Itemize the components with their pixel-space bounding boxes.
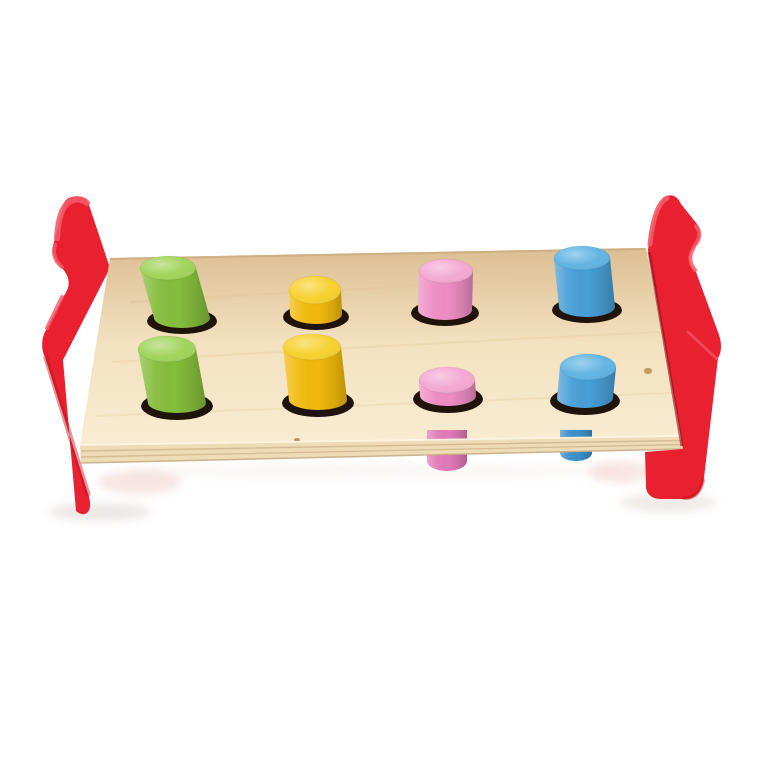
peg-cap-shading bbox=[560, 354, 616, 380]
peg-cap-shading bbox=[289, 276, 341, 304]
peg-cap-shading bbox=[138, 336, 196, 362]
peg-front-green bbox=[138, 336, 206, 413]
product-photo-pound-a-peg-bench[interactable] bbox=[0, 0, 767, 767]
peg-cap-shading bbox=[140, 256, 196, 280]
peg-front-pink bbox=[419, 367, 476, 406]
peg-front-blue bbox=[557, 354, 616, 408]
peg-cap-shading bbox=[283, 334, 341, 360]
toy-scene bbox=[0, 0, 767, 767]
peg-cap-shading bbox=[419, 259, 473, 283]
peg-front-yellow bbox=[283, 334, 347, 410]
peg-back-blue bbox=[554, 246, 615, 317]
peg-back-pink bbox=[418, 259, 473, 320]
peg-cap-shading bbox=[554, 246, 610, 270]
peg-cap-shading bbox=[419, 367, 475, 393]
peg-back-yellow bbox=[289, 276, 342, 324]
